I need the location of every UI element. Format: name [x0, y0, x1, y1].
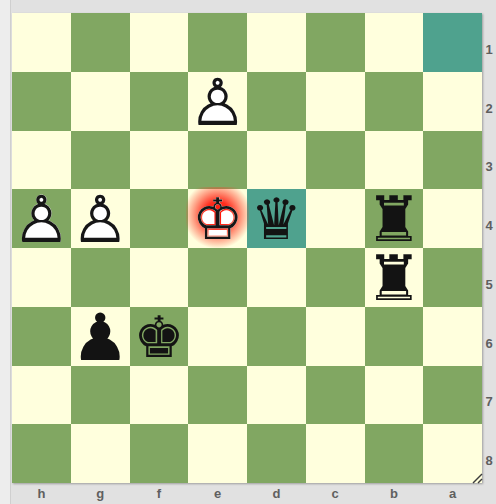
rank-label-1: 1	[482, 20, 496, 79]
rank-coordinates: 12345678	[482, 13, 496, 483]
square-a7[interactable]	[423, 366, 482, 425]
square-a3[interactable]	[423, 131, 482, 190]
rank-label-4: 4	[482, 196, 496, 255]
square-c5[interactable]	[306, 248, 365, 307]
square-f1[interactable]	[130, 13, 189, 72]
square-f7[interactable]	[130, 366, 189, 425]
square-f6[interactable]: ♚	[130, 307, 189, 366]
rank-label-7: 7	[482, 373, 496, 432]
rank-label-3: 3	[482, 138, 496, 197]
square-c7[interactable]	[306, 366, 365, 425]
square-c4[interactable]	[306, 189, 365, 248]
piece-black-P-g6[interactable]: ♟	[71, 307, 130, 366]
piece-glyph: ♚	[130, 308, 189, 367]
piece-glyph-outline: ♔	[188, 190, 247, 249]
square-b4[interactable]: ♜	[365, 189, 424, 248]
square-d3[interactable]	[247, 131, 306, 190]
square-f5[interactable]	[130, 248, 189, 307]
square-b3[interactable]	[365, 131, 424, 190]
square-h1[interactable]	[12, 13, 71, 72]
square-e4[interactable]: ♚♔	[188, 189, 247, 248]
square-d6[interactable]	[247, 307, 306, 366]
square-c6[interactable]	[306, 307, 365, 366]
square-d7[interactable]	[247, 366, 306, 425]
square-b2[interactable]	[365, 72, 424, 131]
square-c8[interactable]	[306, 424, 365, 483]
piece-black-R-b5[interactable]: ♜	[365, 248, 424, 307]
square-e6[interactable]	[188, 307, 247, 366]
square-b5[interactable]: ♜	[365, 248, 424, 307]
square-h2[interactable]	[12, 72, 71, 131]
square-h4[interactable]: ♟♙	[12, 189, 71, 248]
piece-glyph-outline: ♙	[71, 190, 130, 249]
square-h6[interactable]	[12, 307, 71, 366]
piece-glyph: ♟	[71, 308, 130, 367]
square-d1[interactable]	[247, 13, 306, 72]
piece-glyph: ♛	[247, 190, 306, 249]
piece-white-P-e2[interactable]: ♟♙	[188, 72, 247, 131]
square-g1[interactable]	[71, 13, 130, 72]
square-b8[interactable]	[365, 424, 424, 483]
square-a5[interactable]	[423, 248, 482, 307]
square-h3[interactable]	[12, 131, 71, 190]
square-f2[interactable]	[130, 72, 189, 131]
square-h8[interactable]	[12, 424, 71, 483]
file-label-b: b	[365, 484, 424, 502]
square-c3[interactable]	[306, 131, 365, 190]
piece-glyph: ♜	[365, 190, 424, 249]
rank-label-2: 2	[482, 79, 496, 138]
piece-white-K-e4[interactable]: ♚♔	[188, 189, 247, 248]
file-coordinates: hgfedcba	[12, 484, 482, 502]
square-d5[interactable]	[247, 248, 306, 307]
square-d4[interactable]: ♛	[247, 189, 306, 248]
piece-glyph-outline: ♙	[188, 73, 247, 132]
piece-black-Q-d4[interactable]: ♛	[247, 189, 306, 248]
square-f3[interactable]	[130, 131, 189, 190]
window-edge-strip	[0, 0, 11, 504]
chess-board[interactable]: ♟♙♟♙♟♙♚♔♛♜♜♟♚	[12, 13, 482, 483]
square-c1[interactable]	[306, 13, 365, 72]
square-e2[interactable]: ♟♙	[188, 72, 247, 131]
square-e1[interactable]	[188, 13, 247, 72]
file-label-c: c	[306, 484, 365, 502]
piece-white-P-h4[interactable]: ♟♙	[12, 189, 71, 248]
file-label-e: e	[188, 484, 247, 502]
square-b7[interactable]	[365, 366, 424, 425]
square-c2[interactable]	[306, 72, 365, 131]
square-h7[interactable]	[12, 366, 71, 425]
square-g2[interactable]	[71, 72, 130, 131]
square-a4[interactable]	[423, 189, 482, 248]
square-a2[interactable]	[423, 72, 482, 131]
square-f8[interactable]	[130, 424, 189, 483]
file-label-d: d	[247, 484, 306, 502]
rank-label-8: 8	[482, 431, 496, 490]
square-b1[interactable]	[365, 13, 424, 72]
square-g3[interactable]	[71, 131, 130, 190]
piece-black-K-f6[interactable]: ♚	[130, 307, 189, 366]
square-f4[interactable]	[130, 189, 189, 248]
file-label-g: g	[71, 484, 130, 502]
piece-white-P-g4[interactable]: ♟♙	[71, 189, 130, 248]
square-g8[interactable]	[71, 424, 130, 483]
square-e7[interactable]	[188, 366, 247, 425]
square-a6[interactable]	[423, 307, 482, 366]
rank-label-6: 6	[482, 314, 496, 373]
file-label-h: h	[12, 484, 71, 502]
square-g6[interactable]: ♟	[71, 307, 130, 366]
square-e8[interactable]	[188, 424, 247, 483]
square-e5[interactable]	[188, 248, 247, 307]
file-label-f: f	[130, 484, 189, 502]
square-g4[interactable]: ♟♙	[71, 189, 130, 248]
square-a1[interactable]	[423, 13, 482, 72]
square-d2[interactable]	[247, 72, 306, 131]
square-d8[interactable]	[247, 424, 306, 483]
resize-grip-icon[interactable]	[471, 472, 484, 485]
piece-glyph: ♜	[365, 249, 424, 308]
piece-glyph-outline: ♙	[12, 190, 71, 249]
piece-black-R-b4[interactable]: ♜	[365, 189, 424, 248]
square-b6[interactable]	[365, 307, 424, 366]
rank-label-5: 5	[482, 255, 496, 314]
file-label-a: a	[423, 484, 482, 502]
